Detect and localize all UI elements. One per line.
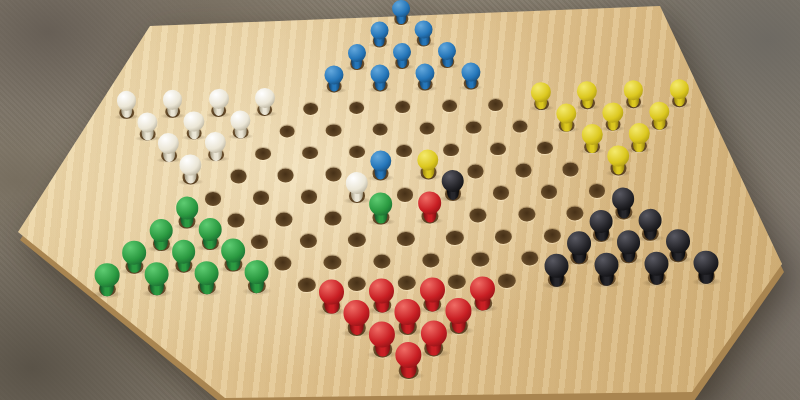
board-hole[interactable] xyxy=(396,101,411,113)
board-hole[interactable] xyxy=(253,191,270,205)
board-hole[interactable] xyxy=(544,229,561,243)
peg-white[interactable] xyxy=(158,133,179,162)
board-hole[interactable] xyxy=(373,254,391,269)
peg-head xyxy=(607,145,629,167)
peg-black[interactable] xyxy=(594,252,619,285)
peg-head xyxy=(162,90,182,110)
peg-head xyxy=(176,197,199,220)
peg-head xyxy=(122,241,146,265)
peg-head xyxy=(694,250,719,275)
board-hole[interactable] xyxy=(398,276,416,291)
peg-green[interactable] xyxy=(95,263,120,296)
peg-head xyxy=(644,251,669,276)
board-hole[interactable] xyxy=(443,143,459,156)
board-hole[interactable] xyxy=(541,185,558,199)
board-hole[interactable] xyxy=(472,252,490,267)
board-hole[interactable] xyxy=(470,208,487,222)
board-hole[interactable] xyxy=(298,278,316,293)
peg-head xyxy=(556,103,577,124)
peg-red[interactable] xyxy=(470,276,495,310)
peg-red[interactable] xyxy=(395,299,421,334)
peg-blue[interactable] xyxy=(324,65,344,92)
peg-blue[interactable] xyxy=(370,150,392,180)
peg-green[interactable] xyxy=(198,218,222,250)
peg-yellow[interactable] xyxy=(577,81,597,108)
board-hole[interactable] xyxy=(302,146,318,159)
peg-white[interactable] xyxy=(180,154,202,184)
board-hole[interactable] xyxy=(324,212,341,226)
peg-head xyxy=(623,80,643,100)
peg-head xyxy=(418,192,441,215)
table-surface xyxy=(0,0,800,400)
peg-head xyxy=(319,279,344,304)
peg-head xyxy=(145,262,170,287)
peg-head xyxy=(158,133,179,154)
board-hole[interactable] xyxy=(589,184,606,198)
peg-red[interactable] xyxy=(344,300,370,335)
peg-yellow[interactable] xyxy=(417,149,439,179)
peg-head xyxy=(183,111,204,132)
peg-white[interactable] xyxy=(137,112,158,140)
peg-head xyxy=(628,123,649,144)
peg-head xyxy=(415,21,434,39)
peg-yellow[interactable] xyxy=(623,80,643,107)
peg-head xyxy=(441,170,463,192)
peg-head xyxy=(567,231,591,255)
peg-head xyxy=(531,82,551,102)
board-hole[interactable] xyxy=(255,147,271,160)
peg-green[interactable] xyxy=(369,193,392,224)
peg-head xyxy=(95,263,120,288)
peg-head xyxy=(198,218,222,241)
peg-head xyxy=(344,300,370,326)
peg-head xyxy=(639,208,663,231)
board-hole[interactable] xyxy=(279,125,295,138)
peg-head xyxy=(137,112,158,133)
peg-white[interactable] xyxy=(230,110,251,138)
board-hole[interactable] xyxy=(299,234,316,248)
board-hole[interactable] xyxy=(567,206,584,220)
peg-green[interactable] xyxy=(195,261,220,294)
peg-blue[interactable] xyxy=(461,62,481,89)
peg-head xyxy=(420,277,445,302)
board-hole[interactable] xyxy=(230,170,246,183)
peg-head xyxy=(581,124,602,145)
board-hole[interactable] xyxy=(396,144,412,157)
peg-black[interactable] xyxy=(544,253,569,286)
board-hole[interactable] xyxy=(348,233,365,247)
peg-head xyxy=(602,102,623,123)
peg-black[interactable] xyxy=(666,229,690,262)
peg-red[interactable] xyxy=(420,320,447,356)
peg-head xyxy=(149,219,173,242)
peg-yellow[interactable] xyxy=(556,103,577,131)
peg-head xyxy=(370,22,389,40)
peg-green[interactable] xyxy=(122,241,146,274)
peg-yellow[interactable] xyxy=(581,124,602,153)
board-hole[interactable] xyxy=(468,165,484,178)
peg-head xyxy=(594,252,619,277)
board-hole[interactable] xyxy=(442,100,457,112)
peg-yellow[interactable] xyxy=(669,79,689,106)
peg-white[interactable] xyxy=(255,88,275,115)
peg-head xyxy=(577,81,597,101)
peg-head xyxy=(395,299,421,325)
peg-head xyxy=(544,253,569,278)
board-hole[interactable] xyxy=(349,102,364,114)
board-hole[interactable] xyxy=(250,235,267,249)
peg-head xyxy=(116,91,136,111)
peg-head xyxy=(612,188,635,211)
board-hole[interactable] xyxy=(301,190,318,204)
peg-green[interactable] xyxy=(145,262,170,295)
peg-blue[interactable] xyxy=(415,63,435,90)
peg-head xyxy=(461,62,481,82)
peg-white[interactable] xyxy=(183,111,204,139)
peg-white[interactable] xyxy=(346,172,369,202)
peg-head xyxy=(195,261,220,286)
board-hole[interactable] xyxy=(515,164,531,177)
peg-black[interactable] xyxy=(441,170,464,200)
board-hole[interactable] xyxy=(495,230,512,244)
peg-head xyxy=(244,259,269,284)
peg-head xyxy=(420,320,446,346)
board-hole[interactable] xyxy=(397,188,414,202)
peg-white[interactable] xyxy=(209,89,229,116)
peg-blue[interactable] xyxy=(415,21,434,46)
board-hole[interactable] xyxy=(466,121,482,134)
peg-red[interactable] xyxy=(395,342,422,379)
board-hole[interactable] xyxy=(493,186,510,200)
board-hole[interactable] xyxy=(512,120,528,133)
chinese-checkers-board xyxy=(0,0,800,400)
peg-head xyxy=(392,0,410,18)
board-hole[interactable] xyxy=(303,103,318,115)
peg-head xyxy=(590,209,614,232)
peg-black[interactable] xyxy=(644,251,669,284)
board-hole[interactable] xyxy=(373,123,389,136)
board-hole[interactable] xyxy=(521,251,539,266)
peg-yellow[interactable] xyxy=(531,82,551,109)
peg-head xyxy=(369,278,394,303)
peg-blue[interactable] xyxy=(438,41,457,67)
board-hole[interactable] xyxy=(490,142,506,155)
board-hole[interactable] xyxy=(518,207,535,221)
peg-green[interactable] xyxy=(149,219,173,251)
board-hole[interactable] xyxy=(348,277,366,292)
board-hole[interactable] xyxy=(422,253,440,268)
board-hole[interactable] xyxy=(537,142,553,155)
peg-head xyxy=(324,65,344,85)
peg-head xyxy=(255,88,275,108)
peg-red[interactable] xyxy=(445,298,471,333)
peg-head xyxy=(369,193,392,216)
peg-head xyxy=(445,298,471,324)
peg-head xyxy=(415,63,435,83)
peg-red[interactable] xyxy=(369,278,394,312)
peg-head xyxy=(669,79,689,99)
peg-head xyxy=(470,276,495,301)
peg-plane xyxy=(0,0,800,400)
peg-white[interactable] xyxy=(116,91,136,118)
peg-green[interactable] xyxy=(221,239,245,272)
peg-head xyxy=(370,64,390,84)
peg-blue[interactable] xyxy=(370,64,390,91)
board-hole[interactable] xyxy=(276,213,293,227)
peg-head xyxy=(230,110,251,131)
peg-blue[interactable] xyxy=(347,43,366,69)
peg-yellow[interactable] xyxy=(602,102,623,130)
peg-head xyxy=(649,101,670,122)
board-hole[interactable] xyxy=(448,275,466,290)
board-hole[interactable] xyxy=(397,232,414,246)
peg-head xyxy=(209,89,229,109)
peg-black[interactable] xyxy=(616,230,640,263)
board-hole[interactable] xyxy=(326,124,342,137)
peg-black[interactable] xyxy=(639,208,663,240)
peg-yellow[interactable] xyxy=(607,145,629,175)
board-hole[interactable] xyxy=(563,163,579,176)
peg-yellow[interactable] xyxy=(628,123,649,152)
peg-head xyxy=(205,132,226,153)
peg-red[interactable] xyxy=(369,321,396,357)
peg-head xyxy=(221,239,245,263)
peg-black[interactable] xyxy=(590,209,614,241)
peg-head xyxy=(616,230,640,254)
peg-green[interactable] xyxy=(244,259,269,292)
peg-white[interactable] xyxy=(205,132,226,161)
board-hole[interactable] xyxy=(205,192,222,206)
peg-head xyxy=(370,150,392,172)
peg-black[interactable] xyxy=(694,250,719,283)
peg-head xyxy=(346,172,368,194)
peg-head xyxy=(395,342,422,369)
board-hole[interactable] xyxy=(498,273,516,288)
peg-green[interactable] xyxy=(172,240,196,273)
peg-head xyxy=(180,154,202,176)
board-hole[interactable] xyxy=(349,145,365,158)
peg-black[interactable] xyxy=(567,231,591,264)
peg-black[interactable] xyxy=(612,188,635,219)
board-hole[interactable] xyxy=(488,99,503,111)
peg-blue[interactable] xyxy=(392,0,410,24)
board-hole[interactable] xyxy=(227,214,244,228)
peg-head xyxy=(369,321,395,347)
board-hole[interactable] xyxy=(419,122,435,135)
peg-blue[interactable] xyxy=(370,22,389,47)
peg-blue[interactable] xyxy=(392,42,411,68)
peg-head xyxy=(666,229,690,253)
peg-red[interactable] xyxy=(420,277,445,311)
peg-red[interactable] xyxy=(319,279,344,313)
board-hole[interactable] xyxy=(278,169,294,182)
peg-red[interactable] xyxy=(418,192,441,223)
peg-green[interactable] xyxy=(176,197,199,228)
peg-head xyxy=(347,43,366,62)
peg-white[interactable] xyxy=(162,90,182,117)
board-hole[interactable] xyxy=(274,256,292,271)
board-hole[interactable] xyxy=(325,168,341,181)
board-hole[interactable] xyxy=(446,231,463,245)
board-hole[interactable] xyxy=(323,255,341,270)
peg-head xyxy=(417,149,439,171)
peg-head xyxy=(172,240,196,264)
peg-yellow[interactable] xyxy=(649,101,670,129)
peg-head xyxy=(438,41,457,60)
peg-head xyxy=(392,42,411,61)
